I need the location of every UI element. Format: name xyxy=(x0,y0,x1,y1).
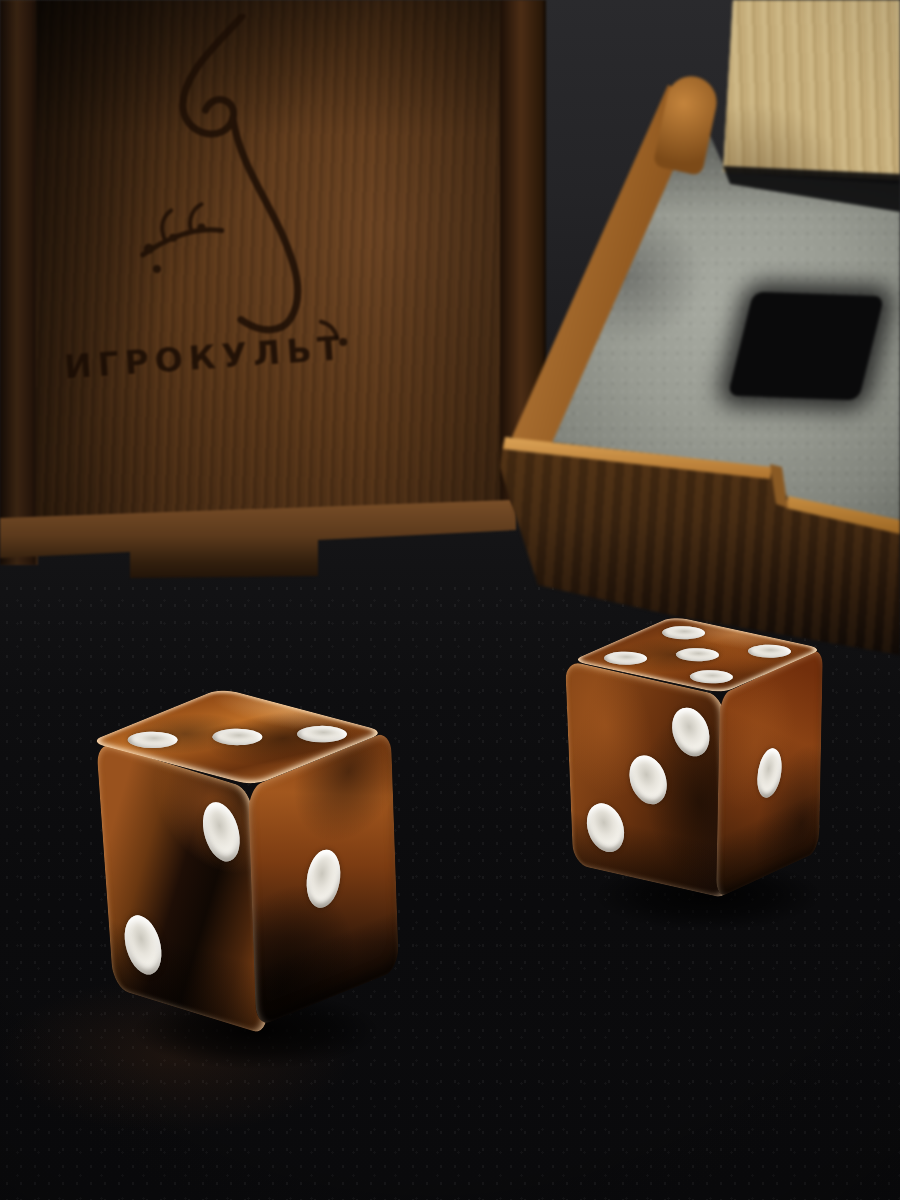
scene: ИГРОКУЛЬТ xyxy=(0,0,900,1200)
pip xyxy=(757,743,782,802)
brand-logo-icon xyxy=(112,14,376,348)
pip xyxy=(629,752,668,809)
pip xyxy=(682,668,742,686)
pip xyxy=(654,623,714,641)
box-left-edge xyxy=(0,0,38,565)
box-front-panel: ИГРОКУЛЬТ xyxy=(36,0,502,524)
engraved-wooden-box: ИГРОКУЛЬТ xyxy=(0,0,548,600)
pip xyxy=(288,722,358,745)
die-1-left-face xyxy=(96,741,268,1036)
pip xyxy=(595,649,655,667)
pip xyxy=(585,800,624,857)
dice-tray xyxy=(490,0,900,660)
pip xyxy=(117,728,187,751)
die-2-left-face xyxy=(565,660,731,900)
foam-insert xyxy=(728,292,885,401)
pip xyxy=(306,844,342,914)
pip xyxy=(122,911,163,980)
die-2[interactable] xyxy=(553,598,845,920)
die-1[interactable] xyxy=(88,678,420,1050)
pip xyxy=(202,725,272,748)
pip xyxy=(740,642,800,660)
pip xyxy=(668,646,728,664)
pip xyxy=(201,796,242,865)
pip xyxy=(672,703,711,760)
